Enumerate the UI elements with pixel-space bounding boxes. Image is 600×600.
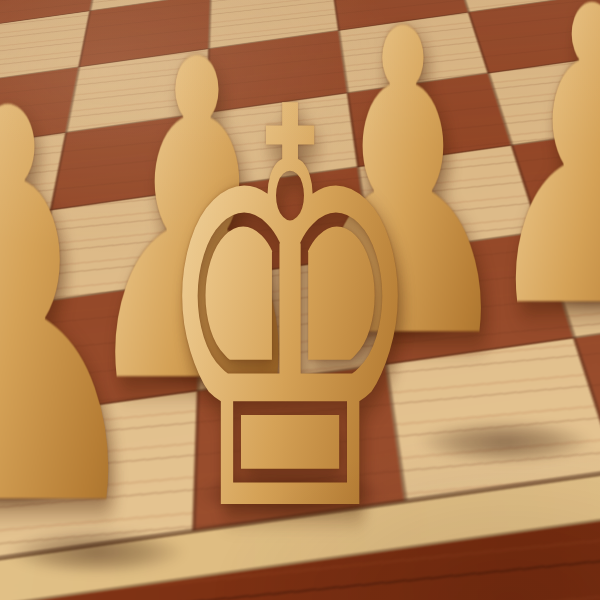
pieces-layer: ♟♟♟♟♛♚♝ (0, 0, 600, 600)
chessboard-photo: Close-up photo of wooden chess pieces on… (0, 0, 600, 600)
white-bishop-piece[interactable]: ♝ (0, 158, 246, 600)
